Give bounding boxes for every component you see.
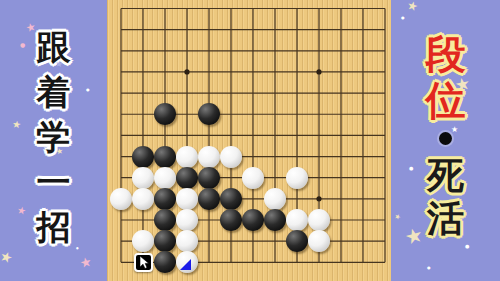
black-stone[interactable]: [198, 188, 220, 210]
caption-char: 学: [37, 120, 71, 154]
white-stone[interactable]: [176, 146, 198, 168]
black-stone[interactable]: [154, 188, 176, 210]
white-stone[interactable]: [110, 188, 132, 210]
black-stone[interactable]: [132, 146, 154, 168]
black-stone[interactable]: [176, 167, 198, 189]
black-stone[interactable]: [220, 188, 242, 210]
black-stone[interactable]: [154, 209, 176, 231]
caption-char: 着: [37, 75, 71, 109]
caption-char: 跟: [37, 30, 71, 64]
black-stone[interactable]: [198, 167, 220, 189]
white-stone[interactable]: [132, 230, 154, 252]
white-stone[interactable]: [198, 146, 220, 168]
white-stone[interactable]: [176, 188, 198, 210]
cursor-icon: [134, 253, 153, 272]
black-stone[interactable]: [264, 209, 286, 231]
white-stone[interactable]: [308, 230, 330, 252]
black-stone[interactable]: [154, 146, 176, 168]
white-stone[interactable]: [132, 167, 154, 189]
left-caption-panel: 跟着学一招 ★●★●★★★★★●: [0, 0, 107, 281]
white-stone[interactable]: [264, 188, 286, 210]
last-move-marker-icon: [179, 258, 192, 271]
white-stone[interactable]: [132, 188, 154, 210]
black-stone[interactable]: [242, 209, 264, 231]
caption-char: 招: [37, 210, 71, 244]
caption-char-shikatsu: 活: [427, 200, 464, 237]
white-stone[interactable]: [242, 167, 264, 189]
black-stone[interactable]: [286, 230, 308, 252]
left-caption-text: 跟着学一招: [0, 0, 107, 281]
white-stone[interactable]: [220, 146, 242, 168]
white-stone[interactable]: [308, 209, 330, 231]
right-caption-panel: 段位死活 ★●★★●★★●●: [391, 0, 500, 281]
white-stone[interactable]: [176, 209, 198, 231]
white-stone[interactable]: [286, 209, 308, 231]
caption-char-shikatsu: 死: [427, 157, 464, 194]
white-stone[interactable]: [176, 230, 198, 252]
white-stone[interactable]: [286, 167, 308, 189]
video-frame: 跟着学一招 ★●★●★★★★★● 段位死活 ★●★★●★★●●: [0, 0, 500, 281]
separator-dot: [439, 132, 452, 145]
caption-char-dan: 位: [426, 80, 466, 120]
caption-char: 一: [37, 165, 71, 199]
black-stone[interactable]: [220, 209, 242, 231]
go-board[interactable]: [107, 0, 391, 281]
right-caption-text: 段位死活: [391, 0, 500, 281]
caption-char-dan: 段: [426, 34, 466, 74]
white-stone[interactable]: [154, 167, 176, 189]
black-stone[interactable]: [154, 230, 176, 252]
